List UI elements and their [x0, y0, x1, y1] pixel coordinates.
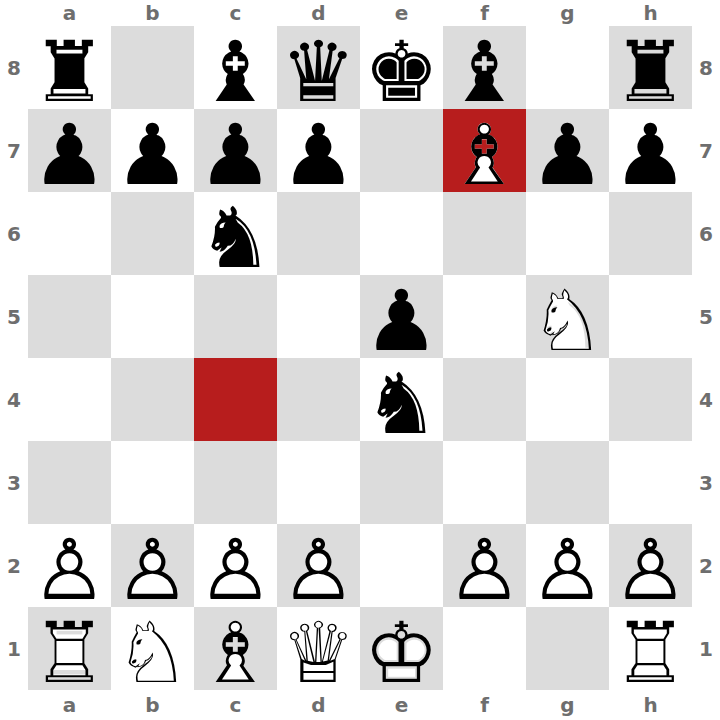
- square-a2[interactable]: ♟♙: [28, 524, 111, 607]
- square-e1[interactable]: ♚♔: [360, 607, 443, 690]
- piece-glyph-fill: ♟: [194, 528, 277, 611]
- piece-black-king[interactable]: ♚: [360, 26, 443, 109]
- square-b7[interactable]: ♟: [111, 109, 194, 192]
- square-d2[interactable]: ♟♙: [277, 524, 360, 607]
- file-label-top-b: b: [111, 0, 194, 26]
- square-e2[interactable]: [360, 524, 443, 607]
- piece-glyph-fill: ♜: [28, 611, 111, 694]
- rank-label-left-3: 3: [0, 441, 28, 524]
- square-h3[interactable]: [609, 441, 692, 524]
- file-label-bottom-h: h: [609, 690, 692, 720]
- chess-board: abcdefgh8♜♝♛♚♝♜87♟♟♟♟♝♗♟♟76♞65♟♞♘54♞4332…: [0, 0, 720, 720]
- square-h2[interactable]: ♟♙: [609, 524, 692, 607]
- file-label-top-e: e: [360, 0, 443, 26]
- square-d7[interactable]: ♟: [277, 109, 360, 192]
- piece-glyph-fill: ♟: [443, 528, 526, 611]
- rank-label-right-5: 5: [692, 275, 720, 358]
- square-e3[interactable]: [360, 441, 443, 524]
- square-e8[interactable]: ♚: [360, 26, 443, 109]
- piece-white-knight[interactable]: ♞♘: [111, 607, 194, 690]
- rank-label-left-8: 8: [0, 26, 28, 109]
- piece-white-pawn[interactable]: ♟♙: [526, 524, 609, 607]
- piece-glyph-outline: ♘: [111, 611, 194, 694]
- square-b6[interactable]: [111, 192, 194, 275]
- piece-glyph-fill: ♟: [111, 528, 194, 611]
- piece-white-pawn[interactable]: ♟♙: [111, 524, 194, 607]
- board-corner: [692, 690, 720, 720]
- square-b5[interactable]: [111, 275, 194, 358]
- piece-black-bishop[interactable]: ♝: [443, 26, 526, 109]
- piece-black-pawn[interactable]: ♟: [277, 109, 360, 192]
- square-c7[interactable]: ♟: [194, 109, 277, 192]
- piece-white-rook[interactable]: ♜♖: [609, 607, 692, 690]
- square-b2[interactable]: ♟♙: [111, 524, 194, 607]
- piece-glyph-fill: ♚: [360, 611, 443, 694]
- piece-black-knight[interactable]: ♞: [194, 192, 277, 275]
- rank-label-left-5: 5: [0, 275, 28, 358]
- square-d1[interactable]: ♛♕: [277, 607, 360, 690]
- piece-white-pawn[interactable]: ♟♙: [443, 524, 526, 607]
- square-f4[interactable]: [443, 358, 526, 441]
- square-g5[interactable]: ♞♘: [526, 275, 609, 358]
- square-c4[interactable]: [194, 358, 277, 441]
- square-a5[interactable]: [28, 275, 111, 358]
- piece-black-rook[interactable]: ♜: [28, 26, 111, 109]
- square-a7[interactable]: ♟: [28, 109, 111, 192]
- square-g1[interactable]: [526, 607, 609, 690]
- square-g8[interactable]: [526, 26, 609, 109]
- rank-label-left-1: 1: [0, 607, 28, 690]
- board-corner: [692, 0, 720, 26]
- square-g7[interactable]: ♟: [526, 109, 609, 192]
- file-label-top-d: d: [277, 0, 360, 26]
- file-label-top-h: h: [609, 0, 692, 26]
- piece-black-pawn[interactable]: ♟: [609, 109, 692, 192]
- piece-glyph-fill: ♝: [194, 611, 277, 694]
- board-corner: [0, 0, 28, 26]
- square-f8[interactable]: ♝: [443, 26, 526, 109]
- piece-glyph-outline: ♙: [443, 528, 526, 611]
- square-f6[interactable]: [443, 192, 526, 275]
- file-label-bottom-e: e: [360, 690, 443, 720]
- piece-glyph-outline: ♙: [609, 528, 692, 611]
- square-a1[interactable]: ♜♖: [28, 607, 111, 690]
- piece-glyph-fill: ♟: [526, 528, 609, 611]
- square-b3[interactable]: [111, 441, 194, 524]
- piece-glyph: ♞: [194, 196, 277, 279]
- square-g3[interactable]: [526, 441, 609, 524]
- piece-glyph: ♟: [609, 113, 692, 196]
- piece-glyph-outline: ♘: [526, 279, 609, 362]
- piece-white-pawn[interactable]: ♟♙: [609, 524, 692, 607]
- piece-glyph-outline: ♕: [277, 611, 360, 694]
- rank-label-left-7: 7: [0, 109, 28, 192]
- piece-glyph: ♛: [277, 30, 360, 113]
- file-label-bottom-a: a: [28, 690, 111, 720]
- square-b4[interactable]: [111, 358, 194, 441]
- square-a6[interactable]: [28, 192, 111, 275]
- square-b8[interactable]: [111, 26, 194, 109]
- square-e5[interactable]: ♟: [360, 275, 443, 358]
- rank-label-right-6: 6: [692, 192, 720, 275]
- piece-glyph: ♟: [360, 279, 443, 362]
- piece-glyph: ♟: [194, 113, 277, 196]
- square-d5[interactable]: [277, 275, 360, 358]
- square-h6[interactable]: [609, 192, 692, 275]
- rank-label-right-2: 2: [692, 524, 720, 607]
- piece-glyph: ♚: [360, 30, 443, 113]
- piece-glyph-outline: ♗: [443, 113, 526, 196]
- piece-white-bishop[interactable]: ♝♗: [443, 109, 526, 192]
- square-e6[interactable]: [360, 192, 443, 275]
- square-d3[interactable]: [277, 441, 360, 524]
- square-g4[interactable]: [526, 358, 609, 441]
- piece-glyph: ♟: [277, 113, 360, 196]
- square-a8[interactable]: ♜: [28, 26, 111, 109]
- rank-label-right-3: 3: [692, 441, 720, 524]
- piece-glyph-outline: ♙: [194, 528, 277, 611]
- rank-label-right-7: 7: [692, 109, 720, 192]
- square-c1[interactable]: ♝♗: [194, 607, 277, 690]
- file-label-top-f: f: [443, 0, 526, 26]
- piece-black-pawn[interactable]: ♟: [194, 109, 277, 192]
- file-label-bottom-d: d: [277, 690, 360, 720]
- square-f3[interactable]: [443, 441, 526, 524]
- piece-white-pawn[interactable]: ♟♙: [28, 524, 111, 607]
- piece-glyph: ♝: [443, 30, 526, 113]
- piece-glyph: ♜: [28, 30, 111, 113]
- piece-glyph-fill: ♞: [111, 611, 194, 694]
- piece-glyph-fill: ♝: [443, 113, 526, 196]
- square-c3[interactable]: [194, 441, 277, 524]
- piece-glyph: ♟: [526, 113, 609, 196]
- file-label-top-c: c: [194, 0, 277, 26]
- piece-glyph-outline: ♙: [277, 528, 360, 611]
- piece-white-queen[interactable]: ♛♕: [277, 607, 360, 690]
- piece-black-bishop[interactable]: ♝: [194, 26, 277, 109]
- file-label-bottom-g: g: [526, 690, 609, 720]
- piece-glyph: ♜: [609, 30, 692, 113]
- square-e4[interactable]: ♞: [360, 358, 443, 441]
- square-g6[interactable]: [526, 192, 609, 275]
- square-e7[interactable]: [360, 109, 443, 192]
- piece-black-pawn[interactable]: ♟: [526, 109, 609, 192]
- piece-black-rook[interactable]: ♜: [609, 26, 692, 109]
- file-label-bottom-f: f: [443, 690, 526, 720]
- file-label-top-g: g: [526, 0, 609, 26]
- piece-black-knight[interactable]: ♞: [360, 358, 443, 441]
- square-c2[interactable]: ♟♙: [194, 524, 277, 607]
- piece-glyph-fill: ♛: [277, 611, 360, 694]
- rank-label-left-4: 4: [0, 358, 28, 441]
- square-f5[interactable]: [443, 275, 526, 358]
- piece-glyph-outline: ♙: [111, 528, 194, 611]
- piece-glyph-fill: ♟: [28, 528, 111, 611]
- file-label-bottom-c: c: [194, 690, 277, 720]
- board-corner: [0, 690, 28, 720]
- square-h1[interactable]: ♜♖: [609, 607, 692, 690]
- square-f2[interactable]: ♟♙: [443, 524, 526, 607]
- square-c6[interactable]: ♞: [194, 192, 277, 275]
- piece-black-pawn[interactable]: ♟: [111, 109, 194, 192]
- square-f7[interactable]: ♝♗: [443, 109, 526, 192]
- piece-white-rook[interactable]: ♜♖: [28, 607, 111, 690]
- piece-glyph: ♟: [28, 113, 111, 196]
- square-d4[interactable]: [277, 358, 360, 441]
- piece-glyph-outline: ♖: [28, 611, 111, 694]
- rank-label-left-6: 6: [0, 192, 28, 275]
- rank-label-right-4: 4: [692, 358, 720, 441]
- piece-white-bishop[interactable]: ♝♗: [194, 607, 277, 690]
- piece-glyph-fill: ♟: [277, 528, 360, 611]
- square-c5[interactable]: [194, 275, 277, 358]
- piece-glyph-fill: ♟: [609, 528, 692, 611]
- piece-white-king[interactable]: ♚♔: [360, 607, 443, 690]
- piece-glyph-outline: ♙: [28, 528, 111, 611]
- rank-label-right-8: 8: [692, 26, 720, 109]
- piece-glyph: ♞: [360, 362, 443, 445]
- rank-label-right-1: 1: [692, 607, 720, 690]
- piece-glyph-fill: ♞: [526, 279, 609, 362]
- square-f1[interactable]: [443, 607, 526, 690]
- file-label-top-a: a: [28, 0, 111, 26]
- square-h5[interactable]: [609, 275, 692, 358]
- piece-black-pawn[interactable]: ♟: [28, 109, 111, 192]
- piece-glyph-outline: ♙: [526, 528, 609, 611]
- piece-black-queen[interactable]: ♛: [277, 26, 360, 109]
- square-c8[interactable]: ♝: [194, 26, 277, 109]
- square-h4[interactable]: [609, 358, 692, 441]
- square-d6[interactable]: [277, 192, 360, 275]
- piece-white-pawn[interactable]: ♟♙: [277, 524, 360, 607]
- square-h8[interactable]: ♜: [609, 26, 692, 109]
- piece-glyph-fill: ♜: [609, 611, 692, 694]
- square-b1[interactable]: ♞♘: [111, 607, 194, 690]
- piece-glyph: ♝: [194, 30, 277, 113]
- square-h7[interactable]: ♟: [609, 109, 692, 192]
- square-g2[interactable]: ♟♙: [526, 524, 609, 607]
- piece-glyph-outline: ♖: [609, 611, 692, 694]
- square-a3[interactable]: [28, 441, 111, 524]
- piece-black-pawn[interactable]: ♟: [360, 275, 443, 358]
- square-d8[interactable]: ♛: [277, 26, 360, 109]
- piece-glyph: ♟: [111, 113, 194, 196]
- piece-white-pawn[interactable]: ♟♙: [194, 524, 277, 607]
- piece-glyph-outline: ♔: [360, 611, 443, 694]
- file-label-bottom-b: b: [111, 690, 194, 720]
- square-a4[interactable]: [28, 358, 111, 441]
- chess-app: abcdefgh8♜♝♛♚♝♜87♟♟♟♟♝♗♟♟76♞65♟♞♘54♞4332…: [0, 0, 720, 720]
- rank-label-left-2: 2: [0, 524, 28, 607]
- piece-white-knight[interactable]: ♞♘: [526, 275, 609, 358]
- piece-glyph-outline: ♗: [194, 611, 277, 694]
